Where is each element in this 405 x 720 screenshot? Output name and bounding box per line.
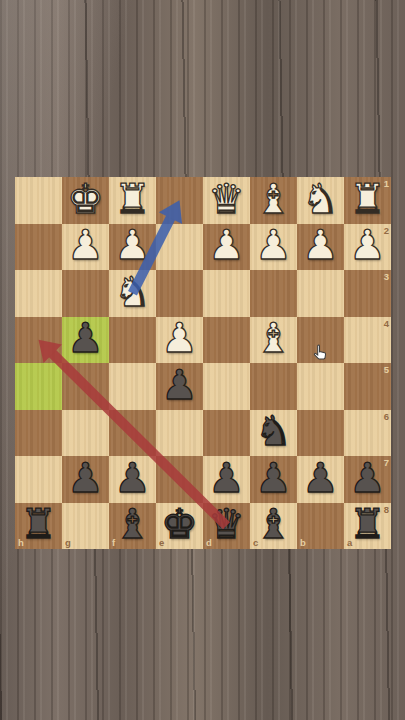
square-a2[interactable]: 2♟ [344,224,391,271]
square-d3[interactable] [203,270,250,317]
black-king-e8[interactable]: ♚ [161,504,198,545]
rank-label-4: 4 [384,319,389,329]
white-knight-b1[interactable]: ♞ [302,179,339,220]
square-h8[interactable]: h♜ [15,503,62,550]
square-e3[interactable] [156,270,203,317]
square-d1[interactable]: ♛ [203,177,250,224]
square-d4[interactable] [203,317,250,364]
square-b3[interactable] [297,270,344,317]
square-f4[interactable] [109,317,156,364]
square-g6[interactable] [62,410,109,457]
square-d7[interactable]: ♟ [203,456,250,503]
white-pawn-b2[interactable]: ♟ [302,225,339,266]
square-g8[interactable]: g [62,503,109,550]
black-pawn-g7[interactable]: ♟ [67,458,104,499]
square-d5[interactable] [203,363,250,410]
black-pawn-g4[interactable]: ♟ [67,318,104,359]
square-b7[interactable]: ♟ [297,456,344,503]
square-h1[interactable] [15,177,62,224]
square-f8[interactable]: f♝ [109,503,156,550]
square-f5[interactable] [109,363,156,410]
square-g1[interactable]: ♚ [62,177,109,224]
white-bishop-c1[interactable]: ♝ [255,179,292,220]
file-label-b: b [300,538,306,548]
square-b2[interactable]: ♟ [297,224,344,271]
white-pawn-a2[interactable]: ♟ [349,225,386,266]
square-f3[interactable]: ♞ [109,270,156,317]
black-pawn-a7[interactable]: ♟ [349,458,386,499]
black-queen-d8[interactable]: ♛ [208,504,245,545]
black-pawn-e5[interactable]: ♟ [161,365,198,406]
square-g5[interactable] [62,363,109,410]
white-pawn-e4[interactable]: ♟ [161,318,198,359]
square-b5[interactable] [297,363,344,410]
square-b6[interactable] [297,410,344,457]
black-bishop-c8[interactable]: ♝ [255,504,292,545]
square-f2[interactable]: ♟ [109,224,156,271]
square-e1[interactable] [156,177,203,224]
wood-background: ♚♜♛♝♞1♜♟♟♟♟♟2♟♞3♟♟♝4♟5♞6♟♟♟♟♟7♟h♜gf♝e♚d♛… [0,0,405,720]
white-pawn-g2[interactable]: ♟ [67,225,104,266]
white-knight-f3[interactable]: ♞ [114,272,151,313]
black-pawn-b7[interactable]: ♟ [302,458,339,499]
chess-board: ♚♜♛♝♞1♜♟♟♟♟♟2♟♞3♟♟♝4♟5♞6♟♟♟♟♟7♟h♜gf♝e♚d♛… [15,177,391,549]
square-c3[interactable] [250,270,297,317]
square-h4[interactable] [15,317,62,364]
white-rook-a1[interactable]: ♜ [349,179,386,220]
square-b1[interactable]: ♞ [297,177,344,224]
black-pawn-d7[interactable]: ♟ [208,458,245,499]
square-g4[interactable]: ♟ [62,317,109,364]
white-bishop-c4[interactable]: ♝ [255,318,292,359]
square-h7[interactable] [15,456,62,503]
square-e6[interactable] [156,410,203,457]
black-bishop-f8[interactable]: ♝ [114,504,151,545]
square-c4[interactable]: ♝ [250,317,297,364]
square-a5[interactable]: 5 [344,363,391,410]
square-e2[interactable] [156,224,203,271]
square-a1[interactable]: 1♜ [344,177,391,224]
white-king-g1[interactable]: ♚ [67,179,104,220]
square-d6[interactable] [203,410,250,457]
black-rook-a8[interactable]: ♜ [349,504,386,545]
black-pawn-f7[interactable]: ♟ [114,458,151,499]
square-g7[interactable]: ♟ [62,456,109,503]
square-b8[interactable]: b [297,503,344,550]
square-c1[interactable]: ♝ [250,177,297,224]
square-d2[interactable]: ♟ [203,224,250,271]
square-h6[interactable] [15,410,62,457]
white-pawn-d2[interactable]: ♟ [208,225,245,266]
black-knight-c6[interactable]: ♞ [255,411,292,452]
square-h2[interactable] [15,224,62,271]
square-h3[interactable] [15,270,62,317]
square-d8[interactable]: d♛ [203,503,250,550]
rank-label-6: 6 [384,412,389,422]
rank-label-5: 5 [384,365,389,375]
square-h5[interactable] [15,363,62,410]
square-c2[interactable]: ♟ [250,224,297,271]
white-queen-d1[interactable]: ♛ [208,179,245,220]
square-a6[interactable]: 6 [344,410,391,457]
square-c6[interactable]: ♞ [250,410,297,457]
square-a3[interactable]: 3 [344,270,391,317]
white-pawn-f2[interactable]: ♟ [114,225,151,266]
square-g3[interactable] [62,270,109,317]
square-e7[interactable] [156,456,203,503]
square-e5[interactable]: ♟ [156,363,203,410]
square-a7[interactable]: 7♟ [344,456,391,503]
square-c7[interactable]: ♟ [250,456,297,503]
square-c8[interactable]: c♝ [250,503,297,550]
white-pawn-c2[interactable]: ♟ [255,225,292,266]
white-rook-f1[interactable]: ♜ [114,179,151,220]
square-a8[interactable]: 8a♜ [344,503,391,550]
rank-label-3: 3 [384,272,389,282]
square-f7[interactable]: ♟ [109,456,156,503]
square-f1[interactable]: ♜ [109,177,156,224]
square-g2[interactable]: ♟ [62,224,109,271]
square-e8[interactable]: e♚ [156,503,203,550]
square-b4[interactable] [297,317,344,364]
square-a4[interactable]: 4 [344,317,391,364]
file-label-g: g [65,538,71,548]
square-f6[interactable] [109,410,156,457]
black-pawn-c7[interactable]: ♟ [255,458,292,499]
square-e4[interactable]: ♟ [156,317,203,364]
black-rook-h8[interactable]: ♜ [20,504,57,545]
square-c5[interactable] [250,363,297,410]
